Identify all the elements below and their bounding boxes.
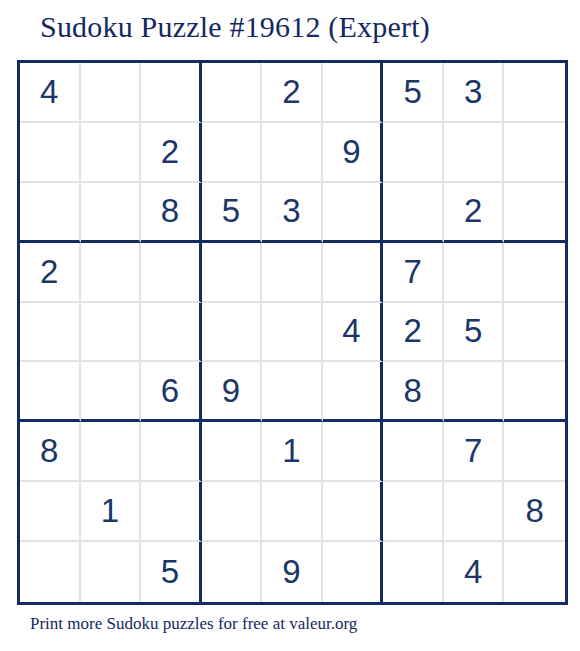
cell-r1c5[interactable]: 2 bbox=[262, 63, 323, 123]
cell-r4c2[interactable] bbox=[81, 243, 142, 303]
cell-r6c8[interactable] bbox=[444, 362, 505, 422]
cell-r6c6[interactable] bbox=[323, 362, 384, 422]
cell-r8c2[interactable]: 1 bbox=[81, 482, 142, 542]
cell-r7c6[interactable] bbox=[323, 422, 384, 482]
cell-r8c3[interactable] bbox=[141, 482, 202, 542]
cell-r3c7[interactable] bbox=[383, 183, 444, 243]
cell-r8c6[interactable] bbox=[323, 482, 384, 542]
cell-r3c2[interactable] bbox=[81, 183, 142, 243]
cell-r5c2[interactable] bbox=[81, 303, 142, 363]
cell-r4c3[interactable] bbox=[141, 243, 202, 303]
cell-r8c1[interactable] bbox=[20, 482, 81, 542]
cell-r3c6[interactable] bbox=[323, 183, 384, 243]
cell-r6c2[interactable] bbox=[81, 362, 142, 422]
cell-r7c2[interactable] bbox=[81, 422, 142, 482]
cell-r7c3[interactable] bbox=[141, 422, 202, 482]
cell-r5c1[interactable] bbox=[20, 303, 81, 363]
cell-r1c3[interactable] bbox=[141, 63, 202, 123]
cell-r1c1[interactable]: 4 bbox=[20, 63, 81, 123]
cell-r4c7[interactable]: 7 bbox=[383, 243, 444, 303]
cell-r6c9[interactable] bbox=[504, 362, 565, 422]
cell-r6c1[interactable] bbox=[20, 362, 81, 422]
cell-r2c2[interactable] bbox=[81, 123, 142, 183]
cell-r1c2[interactable] bbox=[81, 63, 142, 123]
cell-r4c6[interactable] bbox=[323, 243, 384, 303]
cell-r5c5[interactable] bbox=[262, 303, 323, 363]
cell-r2c3[interactable]: 2 bbox=[141, 123, 202, 183]
cell-r3c3[interactable]: 8 bbox=[141, 183, 202, 243]
cell-r3c5[interactable]: 3 bbox=[262, 183, 323, 243]
cell-r5c7[interactable]: 2 bbox=[383, 303, 444, 363]
cell-r4c9[interactable] bbox=[504, 243, 565, 303]
cell-r2c6[interactable]: 9 bbox=[323, 123, 384, 183]
sudoku-board: 42532985322742569881718594 bbox=[17, 60, 568, 605]
cell-r5c8[interactable]: 5 bbox=[444, 303, 505, 363]
cell-r7c8[interactable]: 7 bbox=[444, 422, 505, 482]
cell-r4c5[interactable] bbox=[262, 243, 323, 303]
cell-r9c3[interactable]: 5 bbox=[141, 542, 202, 602]
cell-r4c1[interactable]: 2 bbox=[20, 243, 81, 303]
cell-r8c8[interactable] bbox=[444, 482, 505, 542]
cell-r5c9[interactable] bbox=[504, 303, 565, 363]
cell-r9c4[interactable] bbox=[202, 542, 263, 602]
cell-r9c1[interactable] bbox=[20, 542, 81, 602]
cell-r2c7[interactable] bbox=[383, 123, 444, 183]
cell-r6c4[interactable]: 9 bbox=[202, 362, 263, 422]
cell-r8c4[interactable] bbox=[202, 482, 263, 542]
cell-r8c7[interactable] bbox=[383, 482, 444, 542]
cell-r9c2[interactable] bbox=[81, 542, 142, 602]
cell-r1c8[interactable]: 3 bbox=[444, 63, 505, 123]
cell-r5c4[interactable] bbox=[202, 303, 263, 363]
cell-r6c5[interactable] bbox=[262, 362, 323, 422]
cell-r5c3[interactable] bbox=[141, 303, 202, 363]
cell-r7c9[interactable] bbox=[504, 422, 565, 482]
cell-r6c3[interactable]: 6 bbox=[141, 362, 202, 422]
cell-r1c4[interactable] bbox=[202, 63, 263, 123]
cell-r4c4[interactable] bbox=[202, 243, 263, 303]
cell-r7c4[interactable] bbox=[202, 422, 263, 482]
cell-r2c8[interactable] bbox=[444, 123, 505, 183]
cell-r7c7[interactable] bbox=[383, 422, 444, 482]
cell-r5c6[interactable]: 4 bbox=[323, 303, 384, 363]
cell-r2c5[interactable] bbox=[262, 123, 323, 183]
cell-r9c9[interactable] bbox=[504, 542, 565, 602]
cell-r8c5[interactable] bbox=[262, 482, 323, 542]
cell-r9c8[interactable]: 4 bbox=[444, 542, 505, 602]
page-title: Sudoku Puzzle #19612 (Expert) bbox=[40, 10, 430, 44]
cell-r1c6[interactable] bbox=[323, 63, 384, 123]
cell-r9c5[interactable]: 9 bbox=[262, 542, 323, 602]
cell-r3c9[interactable] bbox=[504, 183, 565, 243]
cell-r1c7[interactable]: 5 bbox=[383, 63, 444, 123]
footer-note: Print more Sudoku puzzles for free at va… bbox=[30, 614, 357, 634]
cell-r7c1[interactable]: 8 bbox=[20, 422, 81, 482]
cell-r3c1[interactable] bbox=[20, 183, 81, 243]
cell-r9c7[interactable] bbox=[383, 542, 444, 602]
cell-r1c9[interactable] bbox=[504, 63, 565, 123]
cell-r7c5[interactable]: 1 bbox=[262, 422, 323, 482]
cell-r4c8[interactable] bbox=[444, 243, 505, 303]
cell-r8c9[interactable]: 8 bbox=[504, 482, 565, 542]
cell-r3c8[interactable]: 2 bbox=[444, 183, 505, 243]
cell-r3c4[interactable]: 5 bbox=[202, 183, 263, 243]
cell-r9c6[interactable] bbox=[323, 542, 384, 602]
cell-r2c4[interactable] bbox=[202, 123, 263, 183]
cell-r6c7[interactable]: 8 bbox=[383, 362, 444, 422]
cell-r2c1[interactable] bbox=[20, 123, 81, 183]
cell-r2c9[interactable] bbox=[504, 123, 565, 183]
